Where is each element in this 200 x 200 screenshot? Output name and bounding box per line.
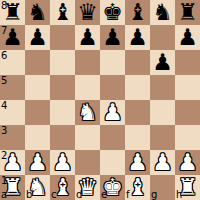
chess-board: 8♜♞♝♛♚♝♞♜7♟♟♟♟♟♟6♟54♞♟32♟♟♟♟♟♟1a♜b♞c♝d♛e… <box>0 0 200 200</box>
square-c8[interactable]: ♝ <box>50 0 75 25</box>
square-b6[interactable] <box>25 50 50 75</box>
square-e2[interactable] <box>100 150 125 175</box>
piece-white-pawn[interactable]: ♟ <box>175 150 200 175</box>
piece-black-pawn[interactable]: ♟ <box>25 25 50 50</box>
square-d5[interactable] <box>75 75 100 100</box>
square-e5[interactable] <box>100 75 125 100</box>
square-h3[interactable] <box>175 125 200 150</box>
square-f4[interactable] <box>125 100 150 125</box>
piece-white-pawn[interactable]: ♟ <box>125 150 150 175</box>
square-e7[interactable]: ♟ <box>100 25 125 50</box>
piece-white-pawn[interactable]: ♟ <box>150 150 175 175</box>
piece-black-pawn[interactable]: ♟ <box>150 50 175 75</box>
square-a7[interactable]: 7♟ <box>0 25 25 50</box>
piece-black-pawn[interactable]: ♟ <box>175 25 200 50</box>
piece-white-rook[interactable]: ♜ <box>0 175 25 200</box>
square-g6[interactable]: ♟ <box>150 50 175 75</box>
square-f1[interactable]: f♝ <box>125 175 150 200</box>
piece-black-pawn[interactable]: ♟ <box>0 25 25 50</box>
rank-label-5: 5 <box>1 76 7 86</box>
rank-label-6: 6 <box>1 51 7 61</box>
piece-white-pawn[interactable]: ♟ <box>50 150 75 175</box>
square-h8[interactable]: ♜ <box>175 0 200 25</box>
square-h5[interactable] <box>175 75 200 100</box>
piece-white-bishop[interactable]: ♝ <box>50 175 75 200</box>
file-label-g: g <box>151 190 157 200</box>
piece-white-pawn[interactable]: ♟ <box>25 150 50 175</box>
square-b8[interactable]: ♞ <box>25 0 50 25</box>
square-b2[interactable]: ♟ <box>25 150 50 175</box>
piece-white-king[interactable]: ♚ <box>100 175 125 200</box>
piece-white-pawn[interactable]: ♟ <box>0 150 25 175</box>
piece-black-queen[interactable]: ♛ <box>75 0 100 25</box>
piece-black-bishop[interactable]: ♝ <box>125 0 150 25</box>
square-a4[interactable]: 4 <box>0 100 25 125</box>
square-f8[interactable]: ♝ <box>125 0 150 25</box>
square-d7[interactable]: ♟ <box>75 25 100 50</box>
square-f2[interactable]: ♟ <box>125 150 150 175</box>
rank-label-3: 3 <box>1 126 7 136</box>
square-a8[interactable]: 8♜ <box>0 0 25 25</box>
piece-white-pawn[interactable]: ♟ <box>100 100 125 125</box>
square-d8[interactable]: ♛ <box>75 0 100 25</box>
square-h2[interactable]: ♟ <box>175 150 200 175</box>
square-e4[interactable]: ♟ <box>100 100 125 125</box>
piece-black-rook[interactable]: ♜ <box>175 0 200 25</box>
square-d2[interactable] <box>75 150 100 175</box>
square-a6[interactable]: 6 <box>0 50 25 75</box>
square-e3[interactable] <box>100 125 125 150</box>
piece-white-bishop[interactable]: ♝ <box>125 175 150 200</box>
square-f7[interactable]: ♟ <box>125 25 150 50</box>
square-b1[interactable]: b♞ <box>25 175 50 200</box>
square-g2[interactable]: ♟ <box>150 150 175 175</box>
square-b3[interactable] <box>25 125 50 150</box>
square-c2[interactable]: ♟ <box>50 150 75 175</box>
square-e8[interactable]: ♚ <box>100 0 125 25</box>
square-d4[interactable]: ♞ <box>75 100 100 125</box>
square-a3[interactable]: 3 <box>0 125 25 150</box>
piece-black-bishop[interactable]: ♝ <box>50 0 75 25</box>
square-g3[interactable] <box>150 125 175 150</box>
square-b4[interactable] <box>25 100 50 125</box>
piece-white-rook[interactable]: ♜ <box>175 175 200 200</box>
square-e1[interactable]: e♚ <box>100 175 125 200</box>
piece-black-pawn[interactable]: ♟ <box>75 25 100 50</box>
square-a1[interactable]: 1a♜ <box>0 175 25 200</box>
square-d1[interactable]: d♛ <box>75 175 100 200</box>
square-d6[interactable] <box>75 50 100 75</box>
square-g1[interactable]: g <box>150 175 175 200</box>
square-f5[interactable] <box>125 75 150 100</box>
square-g5[interactable] <box>150 75 175 100</box>
square-e6[interactable] <box>100 50 125 75</box>
square-c1[interactable]: c♝ <box>50 175 75 200</box>
square-a5[interactable]: 5 <box>0 75 25 100</box>
square-f6[interactable] <box>125 50 150 75</box>
piece-black-knight[interactable]: ♞ <box>150 0 175 25</box>
square-c4[interactable] <box>50 100 75 125</box>
square-b7[interactable]: ♟ <box>25 25 50 50</box>
rank-label-4: 4 <box>1 101 7 111</box>
piece-black-knight[interactable]: ♞ <box>25 0 50 25</box>
piece-black-pawn[interactable]: ♟ <box>100 25 125 50</box>
square-h7[interactable]: ♟ <box>175 25 200 50</box>
square-g7[interactable] <box>150 25 175 50</box>
square-c5[interactable] <box>50 75 75 100</box>
piece-black-pawn[interactable]: ♟ <box>125 25 150 50</box>
square-c3[interactable] <box>50 125 75 150</box>
square-h6[interactable] <box>175 50 200 75</box>
square-a2[interactable]: 2♟ <box>0 150 25 175</box>
piece-black-rook[interactable]: ♜ <box>0 0 25 25</box>
piece-white-queen[interactable]: ♛ <box>75 175 100 200</box>
square-b5[interactable] <box>25 75 50 100</box>
square-c7[interactable] <box>50 25 75 50</box>
square-c6[interactable] <box>50 50 75 75</box>
piece-black-king[interactable]: ♚ <box>100 0 125 25</box>
square-h4[interactable] <box>175 100 200 125</box>
square-d3[interactable] <box>75 125 100 150</box>
piece-white-knight[interactable]: ♞ <box>75 100 100 125</box>
piece-white-knight[interactable]: ♞ <box>25 175 50 200</box>
square-f3[interactable] <box>125 125 150 150</box>
square-h1[interactable]: h♜ <box>175 175 200 200</box>
square-g8[interactable]: ♞ <box>150 0 175 25</box>
square-g4[interactable] <box>150 100 175 125</box>
